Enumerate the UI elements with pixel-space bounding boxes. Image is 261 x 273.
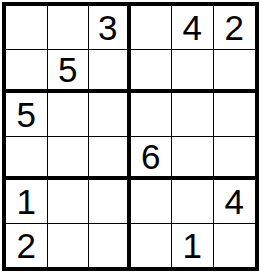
cell-r6c5: 1 — [172, 224, 214, 268]
cell-r1c5: 4 — [172, 6, 214, 50]
cell-r3c5[interactable] — [172, 93, 214, 137]
cell-r4c2[interactable] — [48, 137, 90, 181]
cell-r5c5[interactable] — [172, 180, 214, 224]
cell-r1c4[interactable] — [131, 6, 173, 50]
cell-r5c4[interactable] — [131, 180, 173, 224]
cell-r6c1: 2 — [6, 224, 48, 268]
sudoku-board: 3 4 2 5 5 6 1 4 2 1 — [2, 2, 259, 271]
cell-r6c4[interactable] — [131, 224, 173, 268]
cell-r2c2: 5 — [48, 50, 90, 94]
cell-r1c1[interactable] — [6, 6, 48, 50]
cell-r5c1: 1 — [6, 180, 48, 224]
cell-r2c5[interactable] — [172, 50, 214, 94]
cell-r3c1: 5 — [6, 93, 48, 137]
cell-r5c3[interactable] — [89, 180, 131, 224]
cell-r1c2[interactable] — [48, 6, 90, 50]
cell-r4c5[interactable] — [172, 137, 214, 181]
cell-r6c6[interactable] — [214, 224, 256, 268]
cell-r6c3[interactable] — [89, 224, 131, 268]
cell-r4c1[interactable] — [6, 137, 48, 181]
cell-r3c2[interactable] — [48, 93, 90, 137]
cell-r6c2[interactable] — [48, 224, 90, 268]
cell-r5c6: 4 — [214, 180, 256, 224]
cell-r2c4[interactable] — [131, 50, 173, 94]
cell-r2c3[interactable] — [89, 50, 131, 94]
cell-r4c4: 6 — [131, 137, 173, 181]
cell-r1c3: 3 — [89, 6, 131, 50]
cell-r4c6[interactable] — [214, 137, 256, 181]
cell-r1c6: 2 — [214, 6, 256, 50]
cell-r4c3[interactable] — [89, 137, 131, 181]
cell-r3c6[interactable] — [214, 93, 256, 137]
cell-r5c2[interactable] — [48, 180, 90, 224]
cell-r3c4[interactable] — [131, 93, 173, 137]
cell-r2c1[interactable] — [6, 50, 48, 94]
cell-r3c3[interactable] — [89, 93, 131, 137]
cell-r2c6[interactable] — [214, 50, 256, 94]
